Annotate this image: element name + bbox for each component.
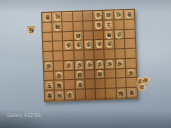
board-cell bbox=[94, 50, 105, 60]
piece-kanji: 歩 bbox=[117, 61, 122, 68]
board-cell bbox=[84, 31, 95, 41]
shogi-piece-s: 銀 bbox=[74, 31, 82, 40]
piece-kanji: 歩 bbox=[116, 30, 121, 37]
board-cell: 歩 bbox=[74, 60, 85, 70]
board-cell bbox=[84, 50, 95, 60]
shogi-piece-b: 角 bbox=[105, 30, 113, 39]
board-cell: 歩 bbox=[74, 41, 85, 51]
piece-kanji: 銀 bbox=[105, 11, 110, 18]
board-cell: 香 bbox=[42, 13, 53, 23]
board-cell: 歩 bbox=[63, 41, 74, 51]
board-cell: 歩 bbox=[54, 71, 65, 81]
board-grid: 香桂金銀桂香飛金王銀角歩歩歩歩歩歩歩歩歩歩歩歩歩歩銀銀歩玉角金香桂金飛香 bbox=[42, 10, 137, 101]
board-cell: 歩 bbox=[126, 68, 137, 78]
shogi-piece-P: 歩 bbox=[44, 62, 52, 71]
board-cell bbox=[83, 21, 94, 31]
board-cell bbox=[125, 59, 136, 69]
piece-kanji: 銀 bbox=[97, 71, 102, 78]
shogi-piece-l: 香 bbox=[43, 13, 51, 22]
board-cell bbox=[86, 89, 97, 99]
board-cell: 香 bbox=[126, 88, 137, 98]
shogi-piece-n: 桂 bbox=[53, 12, 61, 21]
piece-kanji: 角 bbox=[106, 30, 111, 37]
board-cell bbox=[54, 51, 65, 61]
shogi-piece-G: 金 bbox=[76, 80, 84, 89]
board-cell: 歩 bbox=[105, 59, 116, 69]
camera-watermark: Galaxy A22 5G bbox=[7, 113, 41, 118]
piece-kanji: 桂 bbox=[54, 13, 59, 20]
board-cell bbox=[124, 29, 135, 39]
board-cell bbox=[42, 22, 53, 32]
board-cell: 歩 bbox=[114, 30, 125, 40]
shogi-piece-p: 歩 bbox=[85, 41, 93, 50]
board-cell: 桂 bbox=[114, 10, 125, 20]
shogi-piece-r: 飛 bbox=[53, 22, 61, 31]
board-cell bbox=[94, 30, 105, 40]
shogi-piece-B: 角 bbox=[55, 81, 63, 90]
board-cell: 銀 bbox=[95, 69, 106, 79]
board-cell bbox=[116, 69, 127, 79]
board-cell: 銀 bbox=[103, 10, 114, 20]
board-cell bbox=[96, 79, 107, 89]
board-cell: 歩 bbox=[104, 40, 115, 50]
shogi-piece-g: 金 bbox=[94, 21, 102, 30]
board-cell: 王 bbox=[104, 20, 115, 30]
board-cell: 金 bbox=[75, 80, 86, 90]
piece-kanji: 銀 bbox=[75, 32, 80, 39]
piece-kanji: 香 bbox=[129, 90, 134, 97]
board-cell bbox=[65, 80, 76, 90]
shogi-piece-p: 歩 bbox=[105, 40, 113, 49]
shogi-piece-g: 金 bbox=[94, 11, 102, 20]
board-cell bbox=[43, 52, 54, 62]
piece-kanji: 金 bbox=[95, 11, 100, 18]
piece-kanji: 歩 bbox=[86, 41, 91, 48]
board-cell bbox=[83, 11, 94, 21]
photo-scene: 香桂金銀桂香飛金王銀角歩歩歩歩歩歩歩歩歩歩歩歩歩歩銀銀歩玉角金香桂金飛香 桂 歩… bbox=[0, 0, 171, 128]
piece-kanji: 歩 bbox=[96, 41, 101, 48]
piece-kanji: 金 bbox=[96, 21, 101, 28]
board-cell: 金 bbox=[93, 21, 104, 31]
piece-kanji: 桂 bbox=[116, 11, 121, 18]
shogi-piece-P: 歩 bbox=[116, 59, 124, 68]
board-cell: 香 bbox=[124, 10, 135, 20]
piece-kanji: 金 bbox=[77, 82, 82, 89]
shogi-piece-P: 歩 bbox=[85, 60, 93, 69]
board-cell: 桂 bbox=[52, 12, 63, 22]
board-cell: 歩 bbox=[64, 61, 75, 71]
shogi-piece-L: 香 bbox=[45, 91, 53, 100]
board-cell: 歩 bbox=[84, 40, 95, 50]
board-cell bbox=[116, 79, 127, 89]
shogi-piece-p: 歩 bbox=[74, 41, 82, 50]
board-cell bbox=[74, 51, 85, 61]
board-cell bbox=[53, 42, 64, 52]
board-cell bbox=[63, 31, 74, 41]
board-cell bbox=[105, 69, 116, 79]
board-cell bbox=[106, 89, 117, 99]
shogi-piece-n: 桂 bbox=[114, 10, 122, 19]
board-cell: 角 bbox=[104, 30, 115, 40]
shogi-piece-p: 歩 bbox=[64, 41, 72, 50]
board-cell bbox=[44, 71, 55, 81]
piece-kanji: 桂 bbox=[28, 26, 33, 33]
shogi-piece-S: 銀 bbox=[75, 70, 83, 79]
piece-kanji: 王 bbox=[106, 21, 111, 28]
board-cell: 玉 bbox=[44, 81, 55, 91]
shogi-piece-G: 金 bbox=[66, 91, 74, 100]
board-cell bbox=[53, 32, 64, 42]
shogi-piece-p: 歩 bbox=[95, 40, 103, 49]
board-cell: 歩 bbox=[85, 60, 96, 70]
shogi-piece-n: 桂 bbox=[27, 26, 35, 35]
piece-kanji: 歩 bbox=[128, 70, 133, 77]
piece-kanji: 角 bbox=[57, 83, 62, 90]
piece-kanji: 歩 bbox=[107, 61, 112, 68]
board-cell: 歩 bbox=[115, 59, 126, 69]
piece-kanji: 香 bbox=[126, 10, 131, 17]
shogi-piece-s: 銀 bbox=[104, 11, 112, 20]
board-cell bbox=[105, 50, 116, 60]
board-cell bbox=[75, 90, 86, 100]
shogi-piece-L: 香 bbox=[128, 89, 136, 98]
shogi-piece-p: 歩 bbox=[115, 30, 123, 39]
piece-kanji: 歩 bbox=[76, 41, 81, 48]
shogi-piece-K: 玉 bbox=[45, 81, 53, 90]
piece-kanji: 飛 bbox=[55, 23, 60, 30]
board-cell bbox=[96, 89, 107, 99]
piece-kanji: 飛 bbox=[118, 91, 123, 98]
board-cell bbox=[64, 51, 75, 61]
board-cell bbox=[73, 12, 84, 22]
shogi-piece-P: 歩 bbox=[75, 61, 83, 70]
board-cell bbox=[125, 49, 136, 59]
board-cell: 歩 bbox=[95, 60, 106, 70]
piece-kanji: 香 bbox=[44, 13, 49, 20]
piece-kanji: 玉 bbox=[47, 83, 52, 90]
board-cell bbox=[54, 61, 65, 71]
piece-kanji: 歩 bbox=[97, 62, 102, 69]
board-cell bbox=[126, 78, 137, 88]
board-cell: 飛 bbox=[116, 88, 127, 98]
piece-kanji: 歩 bbox=[87, 62, 92, 69]
board-cell: 角 bbox=[55, 81, 66, 91]
piece-kanji: 歩 bbox=[66, 42, 71, 49]
shogi-piece-P: 歩 bbox=[55, 71, 63, 80]
board-cell: 歩 bbox=[44, 61, 55, 71]
shogi-piece-P: 歩 bbox=[95, 60, 103, 69]
shogi-board: 香桂金銀桂香飛金王銀角歩歩歩歩歩歩歩歩歩歩歩歩歩歩銀銀歩玉角金香桂金飛香 bbox=[41, 9, 138, 102]
shogi-piece-P: 歩 bbox=[65, 61, 73, 70]
piece-kanji: 金 bbox=[67, 92, 72, 99]
board-cell bbox=[63, 22, 74, 32]
shogi-piece-S: 銀 bbox=[96, 70, 104, 79]
shogi-piece-N: 桂 bbox=[56, 91, 64, 100]
board-cell: 歩 bbox=[94, 40, 105, 50]
piece-kanji: 歩 bbox=[66, 63, 71, 70]
board-cell: 銀 bbox=[73, 31, 84, 41]
piece-kanji: 歩 bbox=[106, 40, 111, 47]
board-cell: 飛 bbox=[53, 22, 64, 32]
board-cell bbox=[115, 39, 126, 49]
shogi-piece-k: 王 bbox=[104, 20, 112, 29]
board-cell bbox=[62, 12, 73, 22]
board-cell: 金 bbox=[65, 90, 76, 100]
board-cell: 香 bbox=[45, 91, 56, 101]
board-cell bbox=[43, 32, 54, 42]
piece-kanji: 歩 bbox=[56, 73, 61, 80]
board-cell bbox=[73, 21, 84, 31]
board-cell bbox=[65, 71, 76, 81]
board-cell bbox=[115, 49, 126, 59]
piece-kanji: 桂 bbox=[57, 93, 62, 100]
board-cell bbox=[114, 20, 125, 30]
shogi-piece-P: 歩 bbox=[106, 59, 114, 68]
board-cell bbox=[124, 20, 135, 30]
piece-kanji: 歩 bbox=[77, 62, 82, 69]
board-cell: 金 bbox=[93, 11, 104, 21]
piece-kanji: 歩 bbox=[46, 63, 51, 70]
piece-kanji: 香 bbox=[47, 93, 52, 100]
shogi-piece-l: 香 bbox=[125, 10, 133, 19]
board-cell: 桂 bbox=[55, 90, 66, 100]
board-cell: 銀 bbox=[75, 70, 86, 80]
board-cell bbox=[85, 70, 96, 80]
piece-kanji: 銀 bbox=[77, 72, 82, 79]
shogi-piece-R: 飛 bbox=[117, 89, 125, 98]
board-cell bbox=[43, 42, 54, 52]
board-cell bbox=[106, 79, 117, 89]
board-cell bbox=[125, 39, 136, 49]
shogi-piece-P: 歩 bbox=[127, 69, 135, 78]
board-cell bbox=[85, 80, 96, 90]
